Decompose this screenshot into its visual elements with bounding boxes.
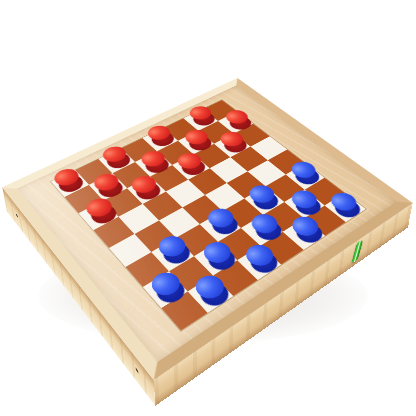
blue-piece[interactable] [190,271,229,303]
product-scene [0,0,416,416]
red-piece[interactable] [222,108,252,127]
wooden-game-box [2,78,412,380]
green-crank-handle[interactable] [351,239,363,263]
red-piece[interactable] [173,150,205,172]
box-top-face [2,78,412,380]
blue-piece[interactable] [241,241,279,270]
screw-hole-left [16,213,18,218]
blue-piece[interactable] [203,205,238,231]
blue-piece[interactable] [287,187,322,212]
screw-hole-right [136,367,139,374]
